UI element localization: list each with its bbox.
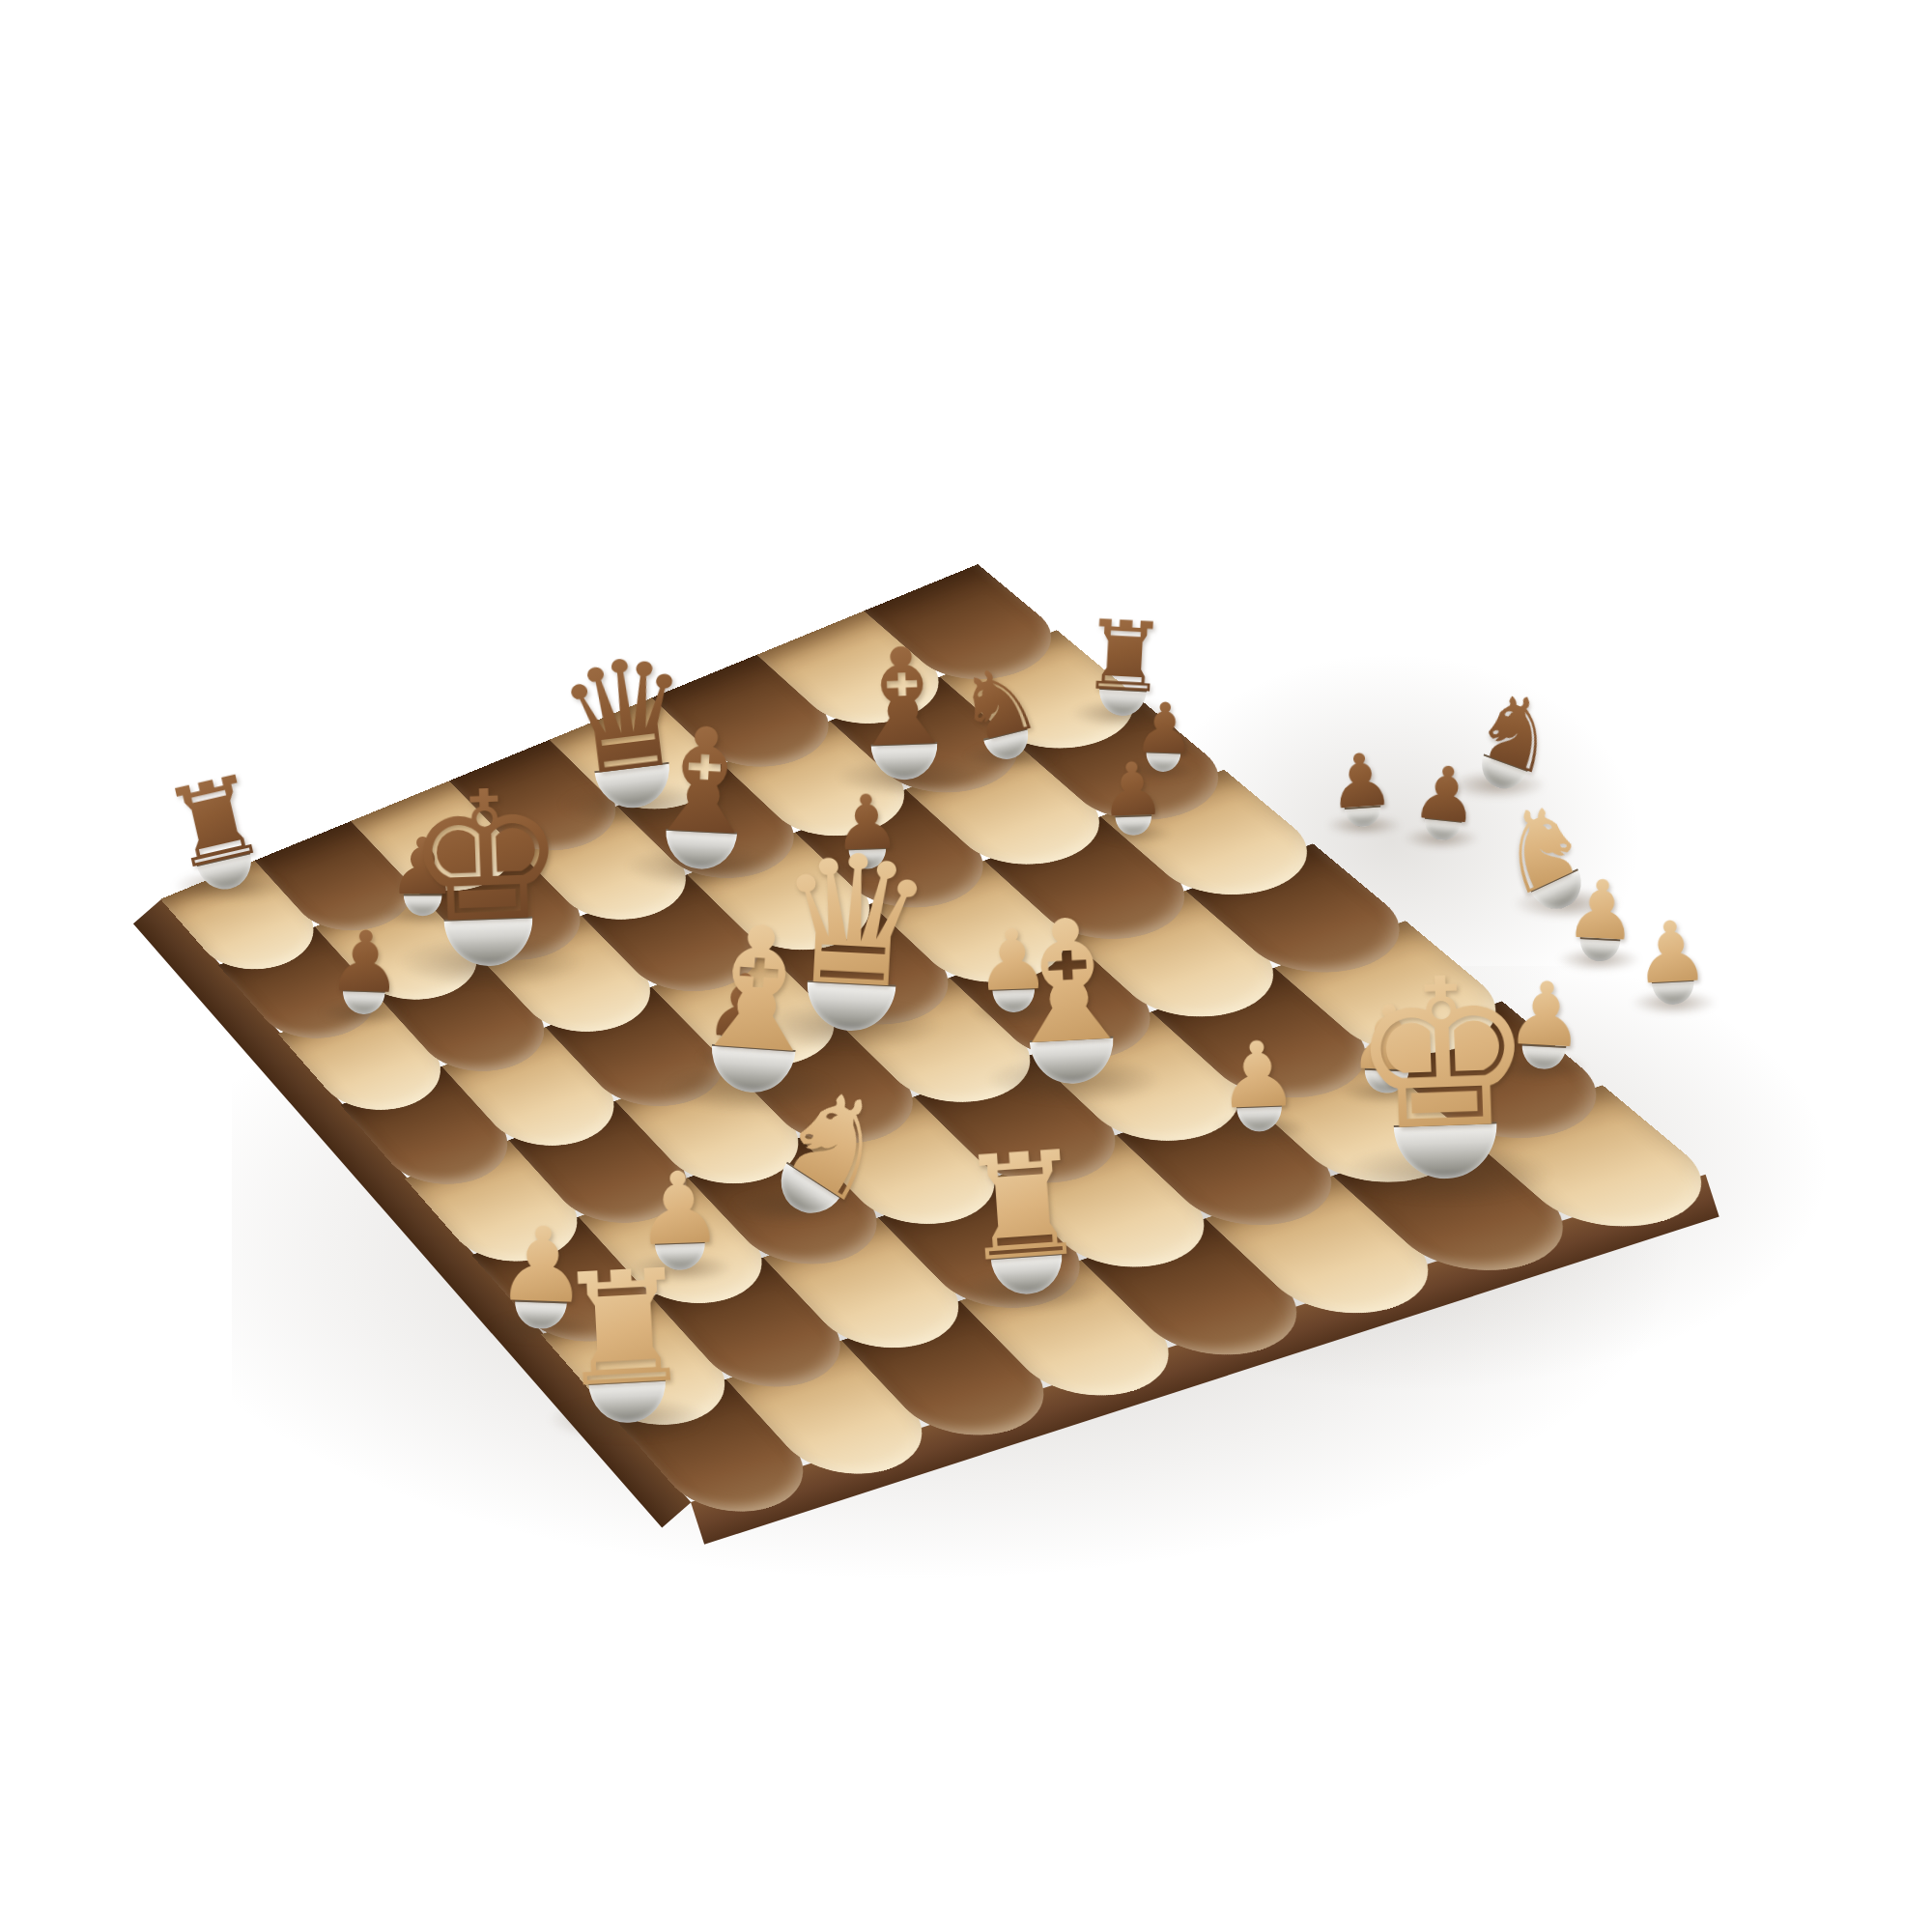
piece-walnut-king-b6[interactable]: ♚	[410, 773, 570, 966]
piece-maple-pawn-captured-3[interactable]: ♟	[1636, 913, 1712, 1005]
walnut-pawn-glyph: ♟	[1098, 753, 1167, 826]
piece-walnut-pawn-captured-1[interactable]: ♟	[1331, 747, 1397, 827]
piece-maple-rook-d1[interactable]: ♜	[965, 1139, 1094, 1294]
piece-walnut-knight-g6[interactable]: ♞	[971, 658, 1053, 758]
piece-walnut-pawn-captured-2[interactable]: ♟	[1407, 759, 1474, 840]
product-photo-scene: ♜♛♟♝♝♟♚♟♞♜♟♟♟♛♝♟♞♝♟♟♟♟♟♜♜♚♟♟♞♞♟♟	[0, 0, 1932, 1932]
maple-rook-glyph: ♜	[953, 1134, 1092, 1280]
piece-maple-pawn-f2[interactable]: ♟	[1219, 1032, 1300, 1131]
piece-maple-king-g1[interactable]: ♚	[1355, 956, 1540, 1179]
piece-walnut-bishop-e7[interactable]: ♝	[636, 714, 765, 869]
maple-rook-glyph: ♜	[551, 1252, 696, 1406]
maple-king-glyph: ♚	[1348, 953, 1539, 1155]
walnut-pawn-glyph: ♟	[1409, 755, 1483, 833]
piece-walnut-rook-a8[interactable]: ♜	[181, 769, 279, 889]
maple-pawn-glyph: ♟	[1563, 870, 1639, 952]
walnut-bishop-glyph: ♝	[840, 632, 965, 763]
walnut-bishop-glyph: ♝	[637, 710, 773, 853]
piece-maple-bishop-e3[interactable]: ♝	[998, 901, 1149, 1083]
piece-maple-pawn-captured-2[interactable]: ♟	[1562, 872, 1634, 961]
piece-maple-rook-a1[interactable]: ♜	[559, 1256, 697, 1423]
walnut-rook-glyph: ♜	[156, 760, 275, 885]
walnut-pawn-glyph: ♟	[327, 922, 405, 1004]
piece-maple-knight-c3[interactable]: ♞	[738, 1070, 852, 1208]
piece-walnut-bishop-f7[interactable]: ♝	[845, 634, 966, 780]
walnut-pawn-glyph: ♟	[1325, 745, 1396, 819]
piece-walnut-pawn-a6[interactable]: ♟	[326, 923, 401, 1014]
maple-bishop-glyph: ♝	[676, 905, 838, 1076]
maple-pawn-glyph: ♟	[1216, 1031, 1300, 1120]
maple-bishop-glyph: ♝	[988, 898, 1147, 1065]
piece-walnut-pawn-g5[interactable]: ♟	[1101, 754, 1167, 835]
maple-pawn-glyph: ♟	[1632, 911, 1711, 995]
piece-maple-bishop-c4[interactable]: ♝	[674, 910, 826, 1093]
walnut-king-glyph: ♚	[404, 770, 570, 945]
